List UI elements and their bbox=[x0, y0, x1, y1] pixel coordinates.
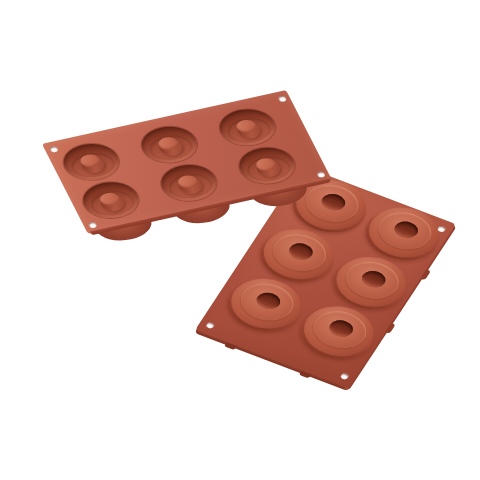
product-photo bbox=[0, 0, 480, 480]
